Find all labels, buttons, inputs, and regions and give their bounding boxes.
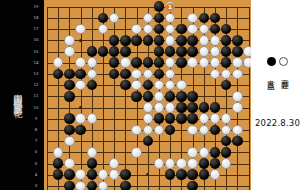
black-stone[interactable] bbox=[165, 46, 176, 57]
white-stone[interactable] bbox=[199, 147, 210, 158]
black-stone[interactable] bbox=[98, 13, 109, 24]
black-stone[interactable] bbox=[154, 13, 165, 24]
white-stone[interactable] bbox=[98, 181, 109, 190]
white-stone[interactable] bbox=[131, 80, 142, 91]
white-stone[interactable] bbox=[187, 13, 198, 24]
black-stone[interactable] bbox=[187, 113, 198, 124]
coordinate-label: 6 bbox=[33, 150, 40, 154]
white-stone[interactable] bbox=[199, 46, 210, 57]
white-stone[interactable] bbox=[165, 13, 176, 24]
white-stone[interactable] bbox=[154, 80, 165, 91]
white-stone[interactable] bbox=[75, 169, 86, 180]
coordinate-label: 16 bbox=[33, 38, 40, 42]
white-stone[interactable] bbox=[131, 24, 142, 35]
white-stone[interactable] bbox=[131, 125, 142, 136]
black-stone[interactable] bbox=[109, 35, 120, 46]
white-stone[interactable] bbox=[154, 102, 165, 113]
white-stone-icon bbox=[279, 57, 288, 66]
black-stone[interactable] bbox=[154, 1, 165, 12]
black-stone[interactable] bbox=[187, 181, 198, 190]
white-stone[interactable] bbox=[143, 69, 154, 80]
coordinate-label: 18 bbox=[33, 16, 40, 20]
coordinate-label: 8 bbox=[33, 128, 40, 132]
white-stone[interactable] bbox=[187, 125, 198, 136]
black-stone[interactable] bbox=[64, 69, 75, 80]
white-stone[interactable] bbox=[143, 24, 154, 35]
coordinate-label: 13 bbox=[33, 72, 40, 76]
white-stone[interactable] bbox=[109, 169, 120, 180]
white-stone[interactable] bbox=[64, 35, 75, 46]
black-stone[interactable] bbox=[165, 91, 176, 102]
coordinate-label: 11 bbox=[33, 94, 40, 98]
white-stone[interactable] bbox=[131, 69, 142, 80]
black-stone[interactable] bbox=[199, 102, 210, 113]
white-stone[interactable] bbox=[165, 158, 176, 169]
black-stone[interactable] bbox=[131, 91, 142, 102]
black-stone[interactable] bbox=[87, 80, 98, 91]
white-stone[interactable] bbox=[87, 113, 98, 124]
black-stone[interactable] bbox=[131, 57, 142, 68]
white-stone[interactable] bbox=[87, 147, 98, 158]
black-stone[interactable] bbox=[109, 57, 120, 68]
white-stone[interactable] bbox=[154, 158, 165, 169]
black-stone[interactable] bbox=[87, 158, 98, 169]
info-panel: 古灵益 王楚轩 2022.8.30 bbox=[251, 0, 304, 190]
white-stone[interactable] bbox=[165, 35, 176, 46]
coordinate-label: 19 bbox=[33, 5, 40, 9]
white-stone[interactable] bbox=[210, 35, 221, 46]
white-stone[interactable] bbox=[187, 147, 198, 158]
black-stone[interactable] bbox=[176, 46, 187, 57]
black-stone[interactable] bbox=[176, 113, 187, 124]
white-stone[interactable] bbox=[232, 91, 243, 102]
white-stone[interactable] bbox=[131, 147, 142, 158]
white-stone[interactable] bbox=[87, 57, 98, 68]
white-stone[interactable] bbox=[232, 57, 243, 68]
black-stone[interactable] bbox=[210, 102, 221, 113]
black-stone[interactable] bbox=[187, 169, 198, 180]
white-stone[interactable] bbox=[210, 69, 221, 80]
coordinate-label: 15 bbox=[33, 50, 40, 54]
black-stone[interactable] bbox=[210, 158, 221, 169]
coordinate-label: 12 bbox=[33, 83, 40, 87]
black-stone[interactable] bbox=[210, 13, 221, 24]
white-stone[interactable] bbox=[75, 24, 86, 35]
white-stone[interactable] bbox=[199, 24, 210, 35]
black-stone[interactable] bbox=[53, 158, 64, 169]
coordinate-label: 3 bbox=[33, 184, 40, 188]
star-point bbox=[79, 106, 82, 109]
white-stone[interactable] bbox=[154, 91, 165, 102]
coordinate-label: 9 bbox=[33, 117, 40, 121]
black-stone[interactable] bbox=[143, 35, 154, 46]
black-stone[interactable] bbox=[165, 113, 176, 124]
star-point bbox=[146, 173, 149, 176]
black-stone[interactable] bbox=[87, 181, 98, 190]
black-stone[interactable] bbox=[221, 136, 232, 147]
black-stone[interactable] bbox=[187, 35, 198, 46]
black-stone[interactable] bbox=[221, 147, 232, 158]
white-stone[interactable] bbox=[210, 113, 221, 124]
white-stone[interactable] bbox=[210, 169, 221, 180]
black-stone[interactable] bbox=[199, 169, 210, 180]
grid-line bbox=[103, 7, 104, 190]
black-player-name: 古灵益 bbox=[265, 73, 276, 76]
black-stone[interactable] bbox=[109, 46, 120, 57]
black-stone[interactable] bbox=[64, 125, 75, 136]
black-stone[interactable] bbox=[210, 147, 221, 158]
black-stone[interactable] bbox=[120, 80, 131, 91]
black-stone[interactable] bbox=[143, 91, 154, 102]
white-stone[interactable] bbox=[221, 113, 232, 124]
black-stone[interactable] bbox=[154, 113, 165, 124]
black-stone[interactable] bbox=[221, 35, 232, 46]
white-stone[interactable] bbox=[75, 113, 86, 124]
white-stone[interactable] bbox=[143, 13, 154, 24]
white-stone[interactable] bbox=[75, 181, 86, 190]
white-player-name: 王楚轩 bbox=[279, 73, 290, 76]
black-stone[interactable] bbox=[232, 136, 243, 147]
black-stone[interactable] bbox=[87, 169, 98, 180]
coordinate-label: 7 bbox=[33, 139, 40, 143]
black-stone[interactable] bbox=[176, 102, 187, 113]
white-stone[interactable] bbox=[199, 35, 210, 46]
color-legend bbox=[251, 57, 304, 66]
star-point bbox=[79, 39, 82, 42]
black-stone[interactable] bbox=[187, 46, 198, 57]
white-stone[interactable] bbox=[165, 24, 176, 35]
black-stone[interactable] bbox=[154, 24, 165, 35]
white-stone[interactable] bbox=[143, 113, 154, 124]
white-stone[interactable] bbox=[232, 102, 243, 113]
black-stone[interactable] bbox=[154, 69, 165, 80]
white-stone[interactable] bbox=[187, 57, 198, 68]
black-stone[interactable] bbox=[187, 91, 198, 102]
player-names: 古灵益 王楚轩 bbox=[251, 73, 304, 76]
black-stone[interactable] bbox=[120, 169, 131, 180]
black-stone[interactable] bbox=[165, 125, 176, 136]
white-stone[interactable] bbox=[210, 46, 221, 57]
white-stone[interactable] bbox=[165, 69, 176, 80]
black-stone[interactable] bbox=[176, 169, 187, 180]
black-stone[interactable] bbox=[64, 181, 75, 190]
white-stone[interactable] bbox=[165, 80, 176, 91]
black-stone[interactable] bbox=[232, 35, 243, 46]
white-stone[interactable] bbox=[221, 125, 232, 136]
white-stone[interactable] bbox=[87, 69, 98, 80]
coordinate-label: 5 bbox=[33, 162, 40, 166]
black-stone[interactable] bbox=[53, 169, 64, 180]
white-stone[interactable] bbox=[53, 57, 64, 68]
white-stone[interactable] bbox=[232, 125, 243, 136]
black-stone[interactable] bbox=[143, 57, 154, 68]
white-stone[interactable] bbox=[154, 125, 165, 136]
black-stone-icon bbox=[267, 57, 276, 66]
coordinate-label: 14 bbox=[33, 61, 40, 65]
black-stone[interactable] bbox=[53, 69, 64, 80]
white-stone[interactable] bbox=[64, 46, 75, 57]
broadcast-frame: 中国围棋甲级联赛第十轮 1918171615141312111098765431… bbox=[0, 0, 304, 190]
black-stone[interactable] bbox=[154, 57, 165, 68]
black-stone[interactable] bbox=[64, 91, 75, 102]
black-stone[interactable] bbox=[154, 46, 165, 57]
last-move-marker: 1 bbox=[166, 3, 174, 11]
black-stone[interactable] bbox=[165, 169, 176, 180]
black-stone[interactable] bbox=[87, 46, 98, 57]
black-stone[interactable] bbox=[176, 57, 187, 68]
white-stone[interactable] bbox=[143, 125, 154, 136]
white-stone[interactable] bbox=[210, 57, 221, 68]
black-stone[interactable] bbox=[176, 35, 187, 46]
black-stone[interactable] bbox=[98, 46, 109, 57]
white-stone[interactable] bbox=[109, 158, 120, 169]
white-stone[interactable] bbox=[187, 158, 198, 169]
white-stone[interactable] bbox=[176, 80, 187, 91]
coordinate-label: 4 bbox=[33, 173, 40, 177]
white-stone[interactable] bbox=[53, 147, 64, 158]
white-stone[interactable] bbox=[64, 158, 75, 169]
white-stone[interactable] bbox=[199, 113, 210, 124]
coordinate-label: 17 bbox=[33, 27, 40, 31]
black-stone[interactable] bbox=[64, 80, 75, 91]
black-stone[interactable] bbox=[232, 46, 243, 57]
white-stone[interactable] bbox=[64, 136, 75, 147]
white-stone[interactable] bbox=[199, 125, 210, 136]
black-stone[interactable] bbox=[131, 35, 142, 46]
black-stone[interactable] bbox=[64, 113, 75, 124]
white-stone[interactable] bbox=[199, 57, 210, 68]
black-stone[interactable] bbox=[120, 35, 131, 46]
black-stone[interactable] bbox=[199, 13, 210, 24]
black-stone[interactable] bbox=[75, 125, 86, 136]
black-stone[interactable] bbox=[221, 57, 232, 68]
black-stone[interactable] bbox=[187, 102, 198, 113]
black-stone[interactable] bbox=[154, 35, 165, 46]
white-stone[interactable] bbox=[176, 158, 187, 169]
black-stone[interactable] bbox=[120, 69, 131, 80]
grid-line bbox=[47, 7, 249, 8]
white-stone[interactable] bbox=[187, 24, 198, 35]
white-stone[interactable] bbox=[98, 169, 109, 180]
black-stone[interactable] bbox=[143, 80, 154, 91]
black-stone[interactable] bbox=[109, 69, 120, 80]
black-stone[interactable] bbox=[210, 125, 221, 136]
black-stone[interactable] bbox=[221, 24, 232, 35]
grid-line bbox=[81, 7, 82, 190]
grid-line bbox=[47, 7, 48, 190]
white-stone[interactable] bbox=[75, 57, 86, 68]
white-stone[interactable] bbox=[98, 24, 109, 35]
black-stone[interactable] bbox=[120, 181, 131, 190]
black-stone[interactable] bbox=[176, 91, 187, 102]
black-stone[interactable] bbox=[221, 46, 232, 57]
white-stone[interactable] bbox=[221, 158, 232, 169]
coordinate-label: 10 bbox=[33, 106, 40, 110]
game-date: 2022.8.30 bbox=[251, 118, 304, 128]
black-stone[interactable] bbox=[75, 69, 86, 80]
white-stone[interactable] bbox=[75, 80, 86, 91]
black-stone[interactable] bbox=[210, 24, 221, 35]
black-stone[interactable] bbox=[199, 158, 210, 169]
white-stone[interactable] bbox=[221, 69, 232, 80]
black-stone[interactable] bbox=[120, 46, 131, 57]
grid-line bbox=[249, 7, 250, 190]
black-stone[interactable] bbox=[143, 136, 154, 147]
black-stone[interactable] bbox=[221, 80, 232, 91]
black-stone[interactable] bbox=[176, 24, 187, 35]
white-stone[interactable] bbox=[165, 57, 176, 68]
white-stone[interactable] bbox=[165, 102, 176, 113]
white-stone[interactable] bbox=[120, 57, 131, 68]
white-stone[interactable] bbox=[232, 69, 243, 80]
white-stone[interactable] bbox=[143, 102, 154, 113]
white-stone[interactable] bbox=[109, 13, 120, 24]
black-stone[interactable] bbox=[64, 169, 75, 180]
